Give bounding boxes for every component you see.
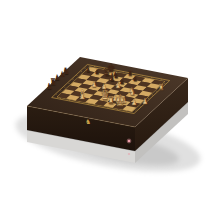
base-led (128, 153, 130, 155)
brand-logo-knight-icon: ♞ (85, 119, 90, 126)
chess-box-graphic (0, 0, 220, 220)
status-led (128, 140, 131, 143)
product-photo-stage: aabbccddeeffgghh1122334455667788 ♞ ♚♜♟♟♛… (0, 0, 220, 220)
